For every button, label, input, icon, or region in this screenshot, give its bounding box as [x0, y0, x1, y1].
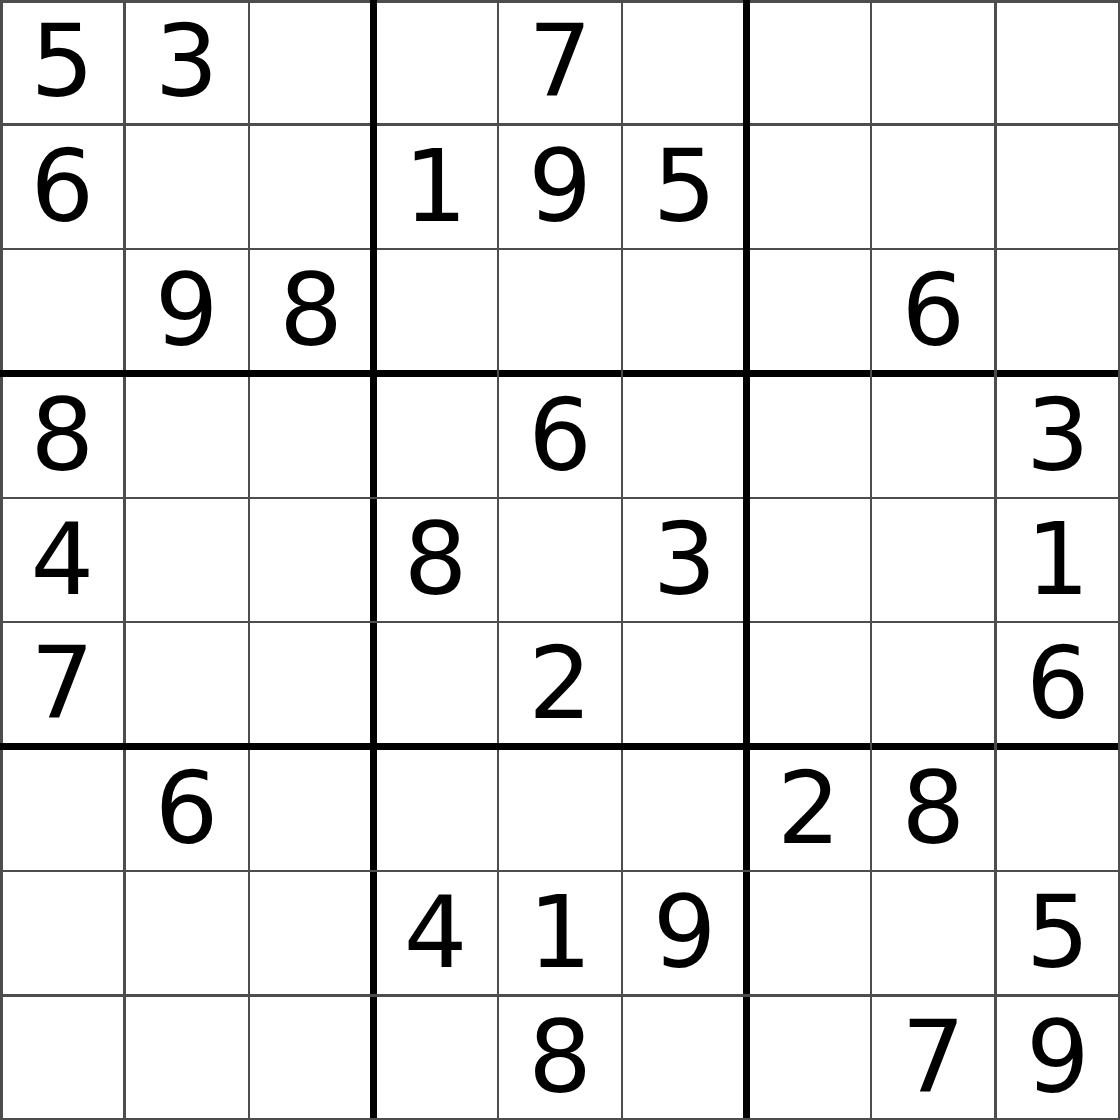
- cell-r7c7[interactable]: 2: [747, 747, 871, 871]
- cell-r6c4[interactable]: [373, 622, 497, 746]
- cell-r9c6[interactable]: [622, 996, 746, 1120]
- cell-r9c7[interactable]: [747, 996, 871, 1120]
- cell-r8c7[interactable]: [747, 871, 871, 995]
- cell-r4c2[interactable]: [124, 373, 248, 497]
- cell-r4c4[interactable]: [373, 373, 497, 497]
- sudoku-board: 537619598686348317266284195879: [0, 0, 1120, 1120]
- cell-r3c6[interactable]: [622, 249, 746, 373]
- cell-r2c2[interactable]: [124, 124, 248, 248]
- cell-r5c6[interactable]: 3: [622, 498, 746, 622]
- cell-r9c1[interactable]: [0, 996, 124, 1120]
- cell-r2c8[interactable]: [871, 124, 995, 248]
- cell-r1c1[interactable]: 5: [0, 0, 124, 124]
- cell-r3c5[interactable]: [498, 249, 622, 373]
- cell-r7c8[interactable]: 8: [871, 747, 995, 871]
- cell-r8c6[interactable]: 9: [622, 871, 746, 995]
- cell-r9c4[interactable]: [373, 996, 497, 1120]
- cell-r5c7[interactable]: [747, 498, 871, 622]
- cell-r4c7[interactable]: [747, 373, 871, 497]
- cell-r1c3[interactable]: [249, 0, 373, 124]
- cell-r3c7[interactable]: [747, 249, 871, 373]
- cell-r8c9[interactable]: 5: [996, 871, 1120, 995]
- cell-r2c9[interactable]: [996, 124, 1120, 248]
- cell-r6c1[interactable]: 7: [0, 622, 124, 746]
- cell-r1c9[interactable]: [996, 0, 1120, 124]
- cell-r6c7[interactable]: [747, 622, 871, 746]
- cell-r7c9[interactable]: [996, 747, 1120, 871]
- cell-r3c8[interactable]: 6: [871, 249, 995, 373]
- cell-r2c3[interactable]: [249, 124, 373, 248]
- cell-r6c3[interactable]: [249, 622, 373, 746]
- cell-r8c2[interactable]: [124, 871, 248, 995]
- cell-r1c8[interactable]: [871, 0, 995, 124]
- cell-r7c5[interactable]: [498, 747, 622, 871]
- cell-r2c4[interactable]: 1: [373, 124, 497, 248]
- cell-r9c2[interactable]: [124, 996, 248, 1120]
- cell-r7c6[interactable]: [622, 747, 746, 871]
- cell-r4c3[interactable]: [249, 373, 373, 497]
- cell-r8c8[interactable]: [871, 871, 995, 995]
- cell-r9c5[interactable]: 8: [498, 996, 622, 1120]
- cell-r6c8[interactable]: [871, 622, 995, 746]
- cell-r5c2[interactable]: [124, 498, 248, 622]
- cell-r4c5[interactable]: 6: [498, 373, 622, 497]
- cell-r3c4[interactable]: [373, 249, 497, 373]
- cell-r7c3[interactable]: [249, 747, 373, 871]
- cell-r6c9[interactable]: 6: [996, 622, 1120, 746]
- cell-r5c4[interactable]: 8: [373, 498, 497, 622]
- cell-r7c1[interactable]: [0, 747, 124, 871]
- cell-r1c2[interactable]: 3: [124, 0, 248, 124]
- cell-r1c6[interactable]: [622, 0, 746, 124]
- cell-r4c8[interactable]: [871, 373, 995, 497]
- cell-r9c9[interactable]: 9: [996, 996, 1120, 1120]
- cell-r5c5[interactable]: [498, 498, 622, 622]
- cell-r2c1[interactable]: 6: [0, 124, 124, 248]
- cell-r2c6[interactable]: 5: [622, 124, 746, 248]
- cell-r3c2[interactable]: 9: [124, 249, 248, 373]
- cell-r6c5[interactable]: 2: [498, 622, 622, 746]
- cell-r7c4[interactable]: [373, 747, 497, 871]
- cell-r1c5[interactable]: 7: [498, 0, 622, 124]
- cell-r9c8[interactable]: 7: [871, 996, 995, 1120]
- cell-r4c6[interactable]: [622, 373, 746, 497]
- cell-r6c6[interactable]: [622, 622, 746, 746]
- cell-r1c7[interactable]: [747, 0, 871, 124]
- cell-r8c4[interactable]: 4: [373, 871, 497, 995]
- cell-r5c8[interactable]: [871, 498, 995, 622]
- cell-r1c4[interactable]: [373, 0, 497, 124]
- cell-r3c3[interactable]: 8: [249, 249, 373, 373]
- cell-r5c1[interactable]: 4: [0, 498, 124, 622]
- cell-r8c3[interactable]: [249, 871, 373, 995]
- sudoku-cell-grid: 537619598686348317266284195879: [0, 0, 1120, 1120]
- cell-r6c2[interactable]: [124, 622, 248, 746]
- cell-r4c9[interactable]: 3: [996, 373, 1120, 497]
- cell-r8c5[interactable]: 1: [498, 871, 622, 995]
- cell-r5c9[interactable]: 1: [996, 498, 1120, 622]
- cell-r2c5[interactable]: 9: [498, 124, 622, 248]
- cell-r4c1[interactable]: 8: [0, 373, 124, 497]
- cell-r9c3[interactable]: [249, 996, 373, 1120]
- cell-r2c7[interactable]: [747, 124, 871, 248]
- cell-r8c1[interactable]: [0, 871, 124, 995]
- cell-r5c3[interactable]: [249, 498, 373, 622]
- cell-r7c2[interactable]: 6: [124, 747, 248, 871]
- cell-r3c9[interactable]: [996, 249, 1120, 373]
- cell-r3c1[interactable]: [0, 249, 124, 373]
